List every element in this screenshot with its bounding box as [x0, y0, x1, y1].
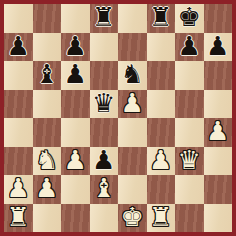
- square-e3[interactable]: [118, 147, 147, 176]
- square-b7[interactable]: [33, 33, 62, 62]
- piece-black-pawn-g7[interactable]: ♟: [178, 33, 201, 59]
- piece-black-queen-d5[interactable]: ♛: [92, 90, 115, 116]
- square-c2[interactable]: [61, 175, 90, 204]
- square-a4[interactable]: [4, 118, 33, 147]
- square-e6[interactable]: ♞: [118, 61, 147, 90]
- piece-black-bishop-b6[interactable]: ♝: [35, 61, 58, 87]
- square-g3[interactable]: ♛: [175, 147, 204, 176]
- square-h8[interactable]: [204, 4, 233, 33]
- piece-black-knight-e6[interactable]: ♞: [121, 61, 144, 87]
- square-c6[interactable]: ♟: [61, 61, 90, 90]
- piece-white-rook-f1[interactable]: ♜: [149, 204, 172, 230]
- square-f6[interactable]: [147, 61, 176, 90]
- square-a1[interactable]: ♜: [4, 204, 33, 233]
- square-a2[interactable]: ♟: [4, 175, 33, 204]
- square-h6[interactable]: [204, 61, 233, 90]
- piece-white-queen-g3[interactable]: ♛: [178, 147, 201, 173]
- square-d4[interactable]: [90, 118, 119, 147]
- chess-board: ♜♜♚♟♟♟♟♝♟♞♛♟♟♞♟♟♟♛♟♟♝♜♚♜: [0, 0, 236, 236]
- piece-white-pawn-h4[interactable]: ♟: [206, 118, 229, 144]
- square-h5[interactable]: [204, 90, 233, 119]
- square-a6[interactable]: [4, 61, 33, 90]
- piece-white-pawn-a2[interactable]: ♟: [7, 175, 30, 201]
- square-h7[interactable]: ♟: [204, 33, 233, 62]
- square-c5[interactable]: [61, 90, 90, 119]
- square-g1[interactable]: [175, 204, 204, 233]
- square-a3[interactable]: [4, 147, 33, 176]
- square-h1[interactable]: [204, 204, 233, 233]
- square-g2[interactable]: [175, 175, 204, 204]
- square-c4[interactable]: [61, 118, 90, 147]
- square-d2[interactable]: ♝: [90, 175, 119, 204]
- square-a7[interactable]: ♟: [4, 33, 33, 62]
- square-h4[interactable]: ♟: [204, 118, 233, 147]
- square-e7[interactable]: [118, 33, 147, 62]
- square-e5[interactable]: ♟: [118, 90, 147, 119]
- square-e1[interactable]: ♚: [118, 204, 147, 233]
- square-e2[interactable]: [118, 175, 147, 204]
- square-c1[interactable]: [61, 204, 90, 233]
- square-c8[interactable]: [61, 4, 90, 33]
- square-f3[interactable]: ♟: [147, 147, 176, 176]
- square-b5[interactable]: [33, 90, 62, 119]
- square-b6[interactable]: ♝: [33, 61, 62, 90]
- square-d6[interactable]: [90, 61, 119, 90]
- square-a8[interactable]: [4, 4, 33, 33]
- square-h2[interactable]: [204, 175, 233, 204]
- square-d5[interactable]: ♛: [90, 90, 119, 119]
- piece-black-pawn-d3[interactable]: ♟: [92, 147, 115, 173]
- piece-black-rook-f8[interactable]: ♜: [149, 4, 172, 30]
- square-b8[interactable]: [33, 4, 62, 33]
- square-d3[interactable]: ♟: [90, 147, 119, 176]
- square-d8[interactable]: ♜: [90, 4, 119, 33]
- square-f5[interactable]: [147, 90, 176, 119]
- square-g8[interactable]: ♚: [175, 4, 204, 33]
- piece-white-pawn-c3[interactable]: ♟: [64, 147, 87, 173]
- piece-white-king-e1[interactable]: ♚: [121, 204, 144, 230]
- square-d7[interactable]: [90, 33, 119, 62]
- piece-white-pawn-f3[interactable]: ♟: [149, 147, 172, 173]
- square-e4[interactable]: [118, 118, 147, 147]
- square-h3[interactable]: [204, 147, 233, 176]
- piece-black-pawn-h7[interactable]: ♟: [206, 33, 229, 59]
- square-f2[interactable]: [147, 175, 176, 204]
- square-c3[interactable]: ♟: [61, 147, 90, 176]
- piece-white-knight-b3[interactable]: ♞: [35, 147, 58, 173]
- piece-black-king-g8[interactable]: ♚: [178, 4, 201, 30]
- piece-white-rook-a1[interactable]: ♜: [7, 204, 30, 230]
- piece-black-pawn-a7[interactable]: ♟: [7, 33, 30, 59]
- square-a5[interactable]: [4, 90, 33, 119]
- piece-white-pawn-b2[interactable]: ♟: [35, 175, 58, 201]
- square-b2[interactable]: ♟: [33, 175, 62, 204]
- square-e8[interactable]: [118, 4, 147, 33]
- square-g5[interactable]: [175, 90, 204, 119]
- square-g4[interactable]: [175, 118, 204, 147]
- square-f4[interactable]: [147, 118, 176, 147]
- square-b3[interactable]: ♞: [33, 147, 62, 176]
- square-f7[interactable]: [147, 33, 176, 62]
- piece-white-bishop-d2[interactable]: ♝: [92, 175, 115, 201]
- square-b4[interactable]: [33, 118, 62, 147]
- piece-black-pawn-c7[interactable]: ♟: [64, 33, 87, 59]
- square-d1[interactable]: [90, 204, 119, 233]
- square-g7[interactable]: ♟: [175, 33, 204, 62]
- piece-black-rook-d8[interactable]: ♜: [92, 4, 115, 30]
- square-f8[interactable]: ♜: [147, 4, 176, 33]
- square-b1[interactable]: [33, 204, 62, 233]
- square-g6[interactable]: [175, 61, 204, 90]
- piece-black-pawn-c6[interactable]: ♟: [64, 61, 87, 87]
- square-c7[interactable]: ♟: [61, 33, 90, 62]
- square-f1[interactable]: ♜: [147, 204, 176, 233]
- piece-white-pawn-e5[interactable]: ♟: [121, 90, 144, 116]
